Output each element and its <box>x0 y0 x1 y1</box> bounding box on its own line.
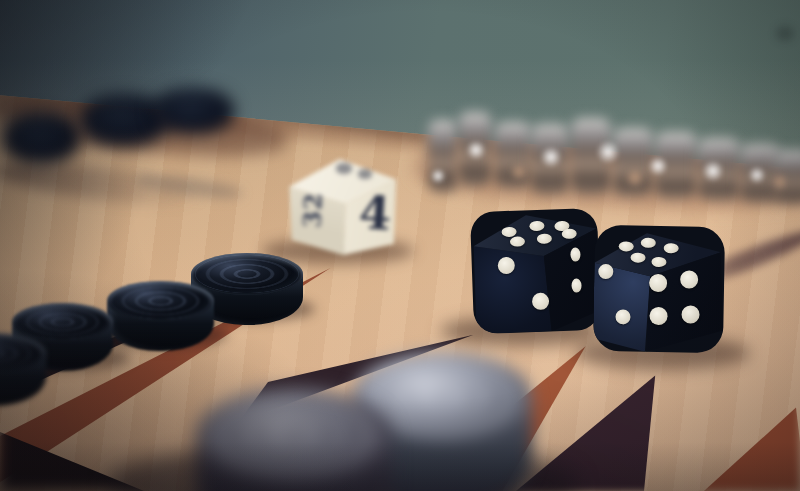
checker-top <box>107 281 214 321</box>
black-checker-1[interactable] <box>0 333 46 408</box>
pip <box>619 241 634 251</box>
pip <box>630 252 645 262</box>
bokeh-highlight-warm <box>772 174 788 190</box>
cube-top-marking <box>336 163 352 174</box>
bokeh-highlight <box>748 166 766 184</box>
silver-checker-12[interactable] <box>196 388 392 491</box>
doubling-cube[interactable]: 32 4 <box>281 153 401 255</box>
pip <box>664 243 679 253</box>
black-checker-3[interactable] <box>107 281 214 353</box>
bokeh-highlight <box>466 140 486 160</box>
cube-top-marking <box>358 169 372 179</box>
bokeh-highlight-warm <box>625 168 645 188</box>
wall-smudge <box>776 26 794 41</box>
die-right[interactable] <box>593 225 725 353</box>
cube-side-value: 32 <box>301 184 327 235</box>
bokeh-highlight <box>540 146 562 168</box>
bokeh-highlight <box>596 140 620 164</box>
cube-front-value: 4 <box>349 188 399 236</box>
bokeh-highlight-warm <box>510 163 528 181</box>
pip <box>641 238 656 248</box>
checker-top <box>196 388 392 483</box>
checker-rings <box>208 394 381 478</box>
black-checker-5[interactable] <box>2 112 80 164</box>
bokeh-highlight <box>648 156 668 176</box>
black-checker-7[interactable] <box>152 88 234 134</box>
bokeh-highlight <box>430 168 446 184</box>
backgammon-photo: 32 4 <box>0 0 800 491</box>
die-left[interactable] <box>470 208 601 334</box>
pip <box>651 257 666 267</box>
bokeh-highlight <box>702 160 724 182</box>
